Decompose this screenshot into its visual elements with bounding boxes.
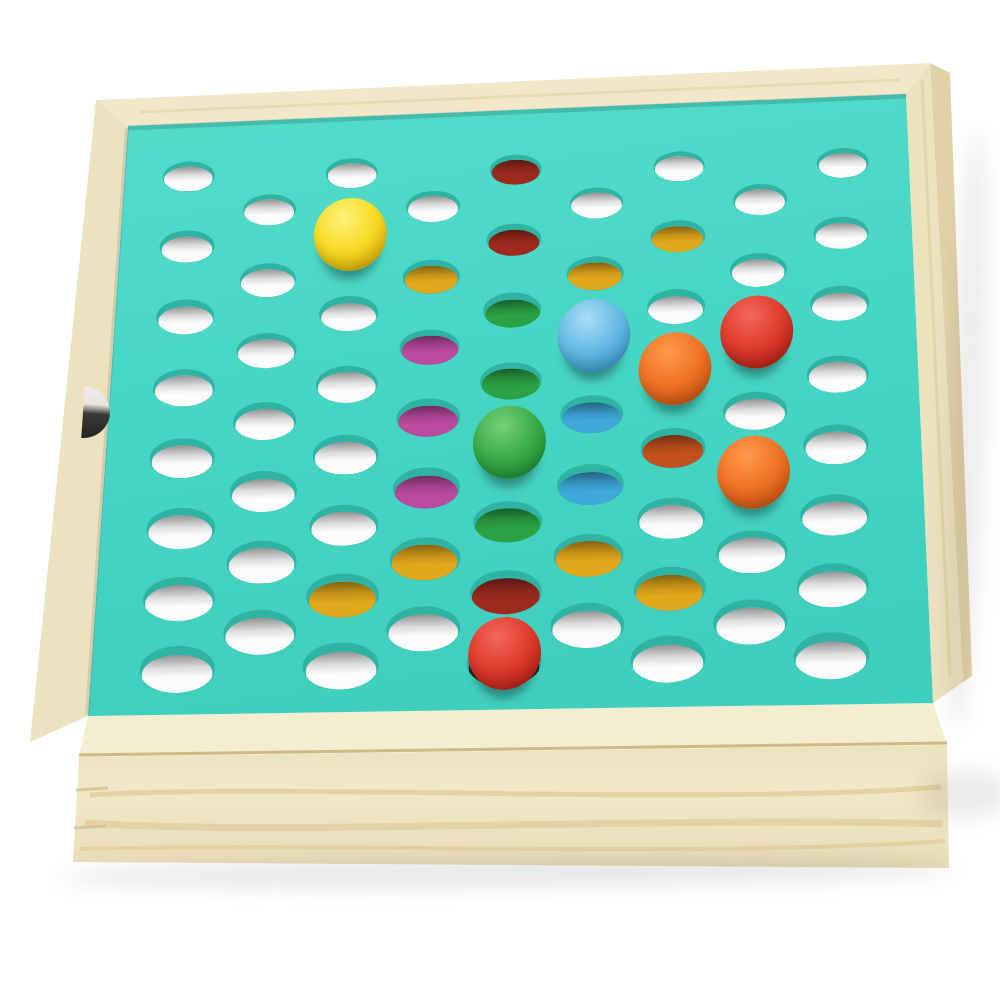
hole-disc [651,226,703,254]
cell-r7-c5 [470,362,553,399]
hole-disc [568,262,622,291]
cell-r13-c7 [628,570,711,607]
hole-white-r2-c2[interactable] [242,194,296,226]
hole-disc [638,504,703,540]
cell-r2-c4 [392,188,475,225]
hole-disc [315,441,377,475]
hole-white-r1-c1[interactable] [162,161,214,192]
hole-disc [555,541,622,578]
hole-white-r5-c9[interactable] [810,285,869,321]
hole-disc [164,166,213,192]
hole-disc [735,189,786,216]
hole-white-r3-c9[interactable] [813,216,869,250]
cell-r8-c4 [387,399,470,436]
cell-r2-c2 [228,191,311,228]
hole-white-r5-c1[interactable] [156,299,215,335]
cell-r7-c9 [797,355,880,392]
hole-disc [552,610,622,649]
cell-r4-c2 [227,262,310,299]
hole-disc [225,617,295,656]
hole-dark-red-r1-c5[interactable] [489,154,541,185]
cell-r11-c9 [793,496,876,533]
hole-magenta-r10-c4[interactable] [393,467,461,509]
cell-r12-c4 [384,540,467,577]
hole-yellow-r12-c6[interactable] [553,533,624,577]
hole-white-r8-c2[interactable] [232,401,296,441]
hole-white-r15-c7[interactable] [630,635,707,683]
hole-disc [815,222,867,250]
hole-disc [491,159,540,185]
hole-disc [642,435,704,469]
cell-r9-c7 [631,429,714,466]
cell-r3-c9 [800,215,883,252]
hole-disc [404,265,458,294]
cell-r15-c3 [300,648,383,685]
hole-disc [228,548,295,585]
hole-white-r6-c2[interactable] [236,332,297,369]
cell-r5-c7 [635,288,718,325]
cell-r2-c6 [555,184,638,221]
photo-canvas [0,0,1000,1000]
cell-r5-c3 [308,295,391,332]
hole-dark-red-r13-c5[interactable] [469,569,542,614]
hole-disc [157,305,213,335]
cell-r5-c1 [144,299,227,336]
hole-disc [558,471,622,506]
cell-r1-c3 [311,154,394,191]
hole-white-r15-c3[interactable] [303,642,380,690]
cell-r2-c8 [719,181,802,218]
cell-r13-c1 [138,580,221,617]
hole-disc [715,607,785,646]
cell-r3-c7 [636,218,719,255]
hole-disc [391,544,458,581]
hole-disc [802,501,867,537]
hole-disc [475,508,540,544]
cell-r9-c1 [141,440,224,477]
hole-white-r2-c6[interactable] [569,187,623,219]
hole-blue-r10-c6[interactable] [556,464,624,506]
cell-r3-c5 [473,221,556,258]
hole-yellow-r12-c4[interactable] [389,536,460,580]
cell-r9-c3 [304,436,387,473]
hole-disc [654,156,703,182]
hole-white-r12-c8[interactable] [716,530,787,574]
hole-white-r13-c9[interactable] [797,563,870,608]
cell-r6-c8 [716,322,799,359]
cell-r10-c2 [222,473,305,510]
hole-disc [648,295,704,325]
cell-r1-c9 [801,144,884,181]
cell-r7-c7 [633,359,716,396]
hole-yellow-r4-c4[interactable] [403,259,461,294]
ball-red-r6-c8[interactable] [720,294,795,369]
hole-disc [231,478,295,513]
cell-r3-c3 [309,225,392,262]
cell-r15-c5 [463,644,546,681]
hole-disc [725,398,785,431]
cell-r14-c6 [546,607,629,644]
hole-white-r3-c1[interactable] [159,230,215,264]
hole-disc [161,236,213,264]
ball-orange-r7-c7[interactable] [637,331,712,406]
hole-white-r2-c4[interactable] [406,190,460,222]
joint-mark [74,826,106,828]
hole-blue-r8-c6[interactable] [560,394,624,434]
hole-white-r11-c9[interactable] [800,493,870,536]
cell-r1-c7 [638,148,721,185]
hole-disc [154,375,213,407]
hole-white-r2-c8[interactable] [733,183,787,215]
hole-white-r7-c9[interactable] [806,355,869,393]
hole-white-r7-c3[interactable] [316,365,379,403]
cell-r13-c3 [301,577,384,614]
cell-r10-c4 [385,470,468,507]
hole-white-r1-c9[interactable] [816,147,868,178]
cell-r11-c7 [630,500,713,537]
hole-disc [805,431,867,465]
cell-r4-c4 [390,258,473,295]
hole-orange-r9-c7[interactable] [640,427,706,468]
hole-disc [561,401,621,434]
hole-disc [241,269,295,298]
hole-white-r14-c4[interactable] [386,606,461,653]
hole-disc [812,292,868,322]
hole-disc [388,614,458,653]
cell-r15-c1 [136,651,219,688]
cell-r4-c6 [554,255,637,292]
hole-white-r5-c7[interactable] [646,289,705,325]
hole-white-r14-c2[interactable] [223,609,298,656]
hole-disc [234,408,294,441]
hole-white-r11-c3[interactable] [309,504,379,547]
cell-r1-c1 [147,158,230,195]
cell-r8-c2 [223,403,306,440]
hole-disc [311,511,376,547]
cell-r7-c1 [142,369,225,406]
hole-disc [718,537,785,574]
cell-r8-c6 [550,396,633,433]
hole-yellow-r4-c6[interactable] [566,256,624,291]
hole-disc [148,515,213,551]
hole-white-r5-c3[interactable] [319,296,378,332]
cell-r6-c6 [552,325,635,362]
board-grid [136,144,884,688]
hole-disc [318,372,377,404]
hole-white-r1-c7[interactable] [653,150,705,181]
hole-white-r14-c6[interactable] [550,602,625,649]
cell-r14-c2 [219,614,302,651]
hole-white-r9-c9[interactable] [803,424,869,465]
hole-green-r7-c5[interactable] [479,362,542,400]
joint-mark [76,788,108,790]
hole-disc [321,302,377,332]
cell-r4-c8 [717,251,800,288]
hole-disc [408,196,459,223]
hole-disc [818,152,867,178]
cell-r11-c3 [303,507,386,544]
hole-disc [571,192,622,219]
hole-white-r11-c1[interactable] [146,507,216,550]
hole-magenta-r6-c4[interactable] [399,329,460,366]
cell-r15-c9 [790,637,873,674]
hole-disc [395,475,459,510]
hole-white-r15-c1[interactable] [139,645,216,693]
cell-r6-c2 [225,332,308,369]
cell-r6-c4 [389,329,472,366]
hole-white-r9-c3[interactable] [313,434,379,475]
cell-r3-c1 [146,228,229,265]
hole-disc [308,581,377,619]
cell-r5-c9 [798,285,881,322]
cell-r12-c2 [220,544,303,581]
ball-blue-r6-c6[interactable] [556,298,631,373]
hole-disc [401,335,458,366]
hole-disc [731,259,785,288]
hole-disc [635,574,704,612]
ball-green-r9-c5[interactable] [472,405,547,480]
hole-magenta-r8-c4[interactable] [396,398,460,438]
hole-green-r5-c5[interactable] [483,292,542,328]
hole-white-r9-c1[interactable] [149,438,215,479]
ball-orange-r10-c8[interactable] [717,435,792,510]
hole-white-r11-c7[interactable] [636,497,706,540]
cell-r10-c6 [549,466,632,503]
hole-white-r12-c2[interactable] [226,540,297,584]
cell-r15-c7 [627,641,710,678]
cell-r10-c8 [712,463,795,500]
hole-disc [151,445,213,479]
hole-white-r8-c8[interactable] [723,391,787,431]
cell-r8-c8 [714,392,797,429]
cell-r14-c8 [709,604,792,641]
cell-r11-c5 [466,503,549,540]
cell-r12-c8 [711,533,794,570]
hole-white-r14-c8[interactable] [713,599,788,646]
cell-r9-c9 [795,426,878,463]
hole-disc [244,199,295,226]
hole-disc [327,163,376,189]
hole-yellow-r13-c7[interactable] [633,566,706,611]
hole-white-r13-c1[interactable] [142,576,215,621]
cast-shadow-corner [920,770,1000,818]
hole-disc [488,229,540,257]
hole-disc [472,577,541,615]
hole-disc [238,339,295,370]
hole-white-r7-c1[interactable] [152,368,215,406]
cell-r11-c1 [139,510,222,547]
hole-dark-red-r3-c5[interactable] [486,223,542,257]
hole-white-r10-c2[interactable] [229,471,297,513]
cell-r9-c5 [468,433,551,470]
cell-r1-c5 [474,151,557,188]
hole-white-r4-c8[interactable] [730,253,788,288]
hole-disc [808,361,867,393]
hole-white-r15-c9[interactable] [793,632,870,680]
hole-disc [481,368,540,400]
cell-r13-c5 [465,574,548,611]
hole-disc [484,299,540,329]
cell-r13-c9 [792,567,875,604]
cell-r7-c3 [306,366,389,403]
hole-yellow-r3-c7[interactable] [650,220,706,254]
cell-r14-c4 [382,611,465,648]
hole-green-r11-c5[interactable] [473,500,543,543]
cell-r5-c5 [471,292,554,329]
ball-yellow-r3-c3[interactable] [313,197,388,272]
hole-white-r1-c3[interactable] [326,157,378,188]
hole-disc [799,570,868,608]
cell-r12-c6 [547,537,630,574]
hole-yellow-r13-c3[interactable] [306,573,379,618]
hole-disc [145,584,214,622]
hole-disc [398,405,458,438]
hole-white-r4-c2[interactable] [239,263,297,298]
